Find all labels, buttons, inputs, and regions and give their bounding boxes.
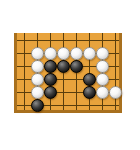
intersection[interactable] [31,47,44,60]
intersection[interactable] [44,47,57,60]
intersection[interactable] [57,99,70,112]
intersection[interactable] [83,34,96,47]
intersection[interactable] [96,47,109,60]
intersection[interactable] [109,47,122,60]
intersection[interactable] [96,73,109,86]
white-stone[interactable] [31,60,44,73]
intersection[interactable] [18,99,31,112]
intersection[interactable] [31,60,44,73]
intersection[interactable] [109,86,122,99]
intersection[interactable] [31,73,44,86]
intersection[interactable] [70,99,83,112]
intersection[interactable] [70,73,83,86]
intersection[interactable] [57,73,70,86]
white-stone[interactable] [31,86,44,99]
intersection[interactable] [31,86,44,99]
white-stone[interactable] [109,86,122,99]
intersection[interactable] [109,34,122,47]
intersection[interactable] [96,99,109,112]
white-stone[interactable] [57,47,70,60]
white-stone[interactable] [31,47,44,60]
intersection[interactable] [18,60,31,73]
intersection[interactable] [70,86,83,99]
black-stone[interactable] [70,60,83,73]
intersection[interactable] [109,60,122,73]
intersection[interactable] [57,47,70,60]
intersection[interactable] [57,34,70,47]
white-stone[interactable] [96,47,109,60]
intersection[interactable] [83,86,96,99]
black-stone[interactable] [31,99,44,112]
board-grid [18,34,122,112]
white-stone[interactable] [96,60,109,73]
white-stone[interactable] [96,86,109,99]
intersection[interactable] [18,73,31,86]
intersection[interactable] [44,60,57,73]
intersection[interactable] [83,99,96,112]
intersection[interactable] [96,86,109,99]
intersection[interactable] [96,60,109,73]
white-stone[interactable] [83,47,96,60]
white-stone[interactable] [96,73,109,86]
intersection[interactable] [83,73,96,86]
intersection[interactable] [18,34,31,47]
intersection[interactable] [70,47,83,60]
intersection[interactable] [44,34,57,47]
black-stone[interactable] [44,73,57,86]
white-stone[interactable] [31,73,44,86]
black-stone[interactable] [44,60,57,73]
intersection[interactable] [44,99,57,112]
intersection[interactable] [57,86,70,99]
intersection[interactable] [18,47,31,60]
intersection[interactable] [18,86,31,99]
intersection[interactable] [109,73,122,86]
intersection[interactable] [31,99,44,112]
intersection[interactable] [44,86,57,99]
white-stone[interactable] [44,47,57,60]
black-stone[interactable] [83,73,96,86]
go-board [14,33,122,113]
intersection[interactable] [31,34,44,47]
intersection[interactable] [109,99,122,112]
intersection[interactable] [70,60,83,73]
intersection[interactable] [44,73,57,86]
intersection[interactable] [83,60,96,73]
white-stone[interactable] [70,47,83,60]
intersection[interactable] [96,34,109,47]
black-stone[interactable] [83,86,96,99]
black-stone[interactable] [44,86,57,99]
intersection[interactable] [83,47,96,60]
intersection[interactable] [57,60,70,73]
black-stone[interactable] [57,60,70,73]
intersection[interactable] [70,34,83,47]
